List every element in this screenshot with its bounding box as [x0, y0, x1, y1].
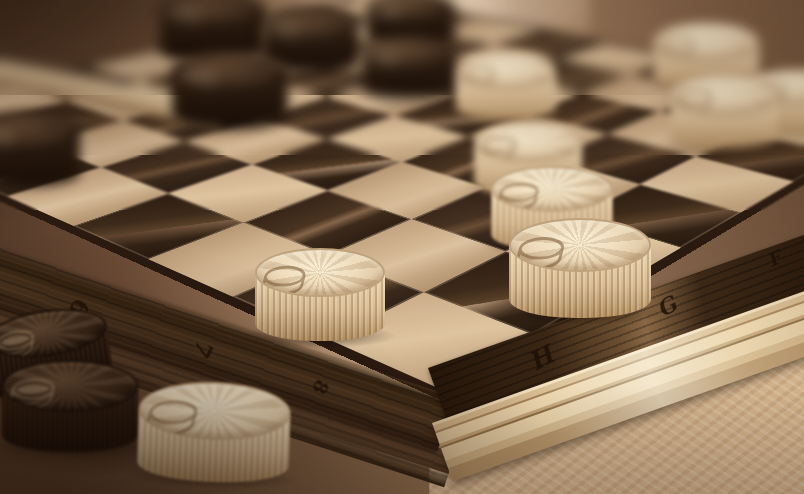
- piece-carved-top: ⛂: [361, 36, 455, 72]
- piece-carved-top: ⛂: [261, 7, 359, 44]
- white-checker-piece[interactable]: ⛀: [136, 380, 291, 485]
- piece-carved-top: ⛀: [474, 122, 582, 163]
- dark-checker-piece[interactable]: ⛂: [172, 50, 288, 128]
- piece-carved-top: ⛂: [172, 50, 288, 94]
- dark-checker-piece[interactable]: ⛂: [0, 111, 80, 185]
- piece-carved-top: ⛀: [491, 166, 613, 212]
- checker-glyph: ⛂: [0, 111, 11, 153]
- pieces-layer: ⛀⛀⛀⛀⛀⛀⛀⛀⛂⛂⛂⛂⛂⛂⛂⛂⛀: [0, 0, 804, 494]
- piece-carved-top: ⛀: [456, 52, 556, 90]
- white-checker-piece[interactable]: ⛀: [669, 74, 779, 148]
- white-checker-piece[interactable]: ⛀: [456, 52, 556, 120]
- dark-checker-piece[interactable]: ⛂: [2, 360, 138, 452]
- white-checker-piece[interactable]: ⛀: [509, 218, 651, 318]
- piece-carved-top: ⛀: [669, 74, 779, 116]
- dark-checker-piece[interactable]: ⛂: [361, 36, 455, 98]
- piece-carved-top: ⛂: [2, 360, 138, 412]
- piece-carved-top: ⛀: [509, 218, 651, 272]
- piece-carved-top: ⛀: [255, 248, 385, 297]
- photo-scene: 6 7 8 H G F ⛀⛀⛀⛀⛀⛀⛀⛀⛂⛂⛂⛂⛂⛂⛂⛂⛀: [0, 0, 804, 494]
- piece-carved-top: ⛀: [653, 22, 759, 62]
- white-checker-piece[interactable]: ⛀: [255, 248, 385, 341]
